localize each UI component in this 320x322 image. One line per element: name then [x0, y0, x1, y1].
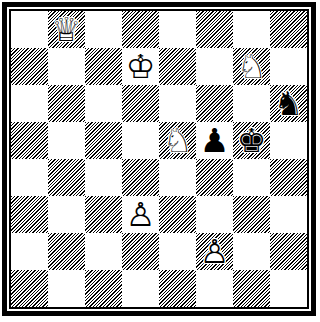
square-f2[interactable]: ♟♙	[196, 233, 233, 270]
square-b3[interactable]	[48, 196, 85, 233]
square-d6[interactable]	[122, 85, 159, 122]
square-d1[interactable]	[122, 270, 159, 307]
piece-fill-layer: ♟	[196, 122, 233, 159]
square-f4[interactable]	[196, 159, 233, 196]
square-g3[interactable]	[233, 196, 270, 233]
white-pawn-piece: ♟♙	[122, 196, 159, 233]
square-c6[interactable]	[85, 85, 122, 122]
square-h7[interactable]	[270, 48, 307, 85]
square-d8[interactable]	[122, 11, 159, 48]
white-knight-piece: ♞♘	[233, 48, 270, 85]
square-h3[interactable]	[270, 196, 307, 233]
square-f6[interactable]	[196, 85, 233, 122]
square-h6[interactable]: ♞♞	[270, 85, 307, 122]
chess-board-inner-frame: ♛♕♚♔♞♘♞♞♞♘♟♟♚♚♟♙♟♙	[9, 9, 309, 309]
black-king-piece: ♚♚	[233, 122, 270, 159]
chess-diagram-page: ♛♕♚♔♞♘♞♞♞♘♟♟♚♚♟♙♟♙	[0, 0, 320, 322]
white-knight-piece: ♞♘	[159, 122, 196, 159]
square-g2[interactable]	[233, 233, 270, 270]
square-b4[interactable]	[48, 159, 85, 196]
square-c5[interactable]	[85, 122, 122, 159]
piece-fill-layer: ♞	[233, 48, 270, 85]
piece-fill-layer: ♚	[122, 48, 159, 85]
square-a8[interactable]	[11, 11, 48, 48]
square-a3[interactable]	[11, 196, 48, 233]
square-b1[interactable]	[48, 270, 85, 307]
square-d3[interactable]: ♟♙	[122, 196, 159, 233]
square-d7[interactable]: ♚♔	[122, 48, 159, 85]
piece-fill-layer: ♚	[233, 122, 270, 159]
square-e4[interactable]	[159, 159, 196, 196]
square-f3[interactable]	[196, 196, 233, 233]
piece-glyph: ♘	[233, 48, 270, 85]
square-g8[interactable]	[233, 11, 270, 48]
white-queen-piece: ♛♕	[48, 11, 85, 48]
piece-glyph: ♙	[196, 233, 233, 270]
board-grid: ♛♕♚♔♞♘♞♞♞♘♟♟♚♚♟♙♟♙	[11, 11, 307, 307]
piece-fill-layer: ♛	[48, 11, 85, 48]
piece-glyph: ♟	[196, 122, 233, 159]
square-c4[interactable]	[85, 159, 122, 196]
square-g7[interactable]: ♞♘	[233, 48, 270, 85]
square-b8[interactable]: ♛♕	[48, 11, 85, 48]
piece-glyph: ♘	[159, 122, 196, 159]
square-f7[interactable]	[196, 48, 233, 85]
square-e6[interactable]	[159, 85, 196, 122]
square-a2[interactable]	[11, 233, 48, 270]
square-h8[interactable]	[270, 11, 307, 48]
white-pawn-piece: ♟♙	[196, 233, 233, 270]
square-d2[interactable]	[122, 233, 159, 270]
square-f1[interactable]	[196, 270, 233, 307]
square-g5[interactable]: ♚♚	[233, 122, 270, 159]
piece-fill-layer: ♞	[159, 122, 196, 159]
square-h1[interactable]	[270, 270, 307, 307]
square-c1[interactable]	[85, 270, 122, 307]
square-h4[interactable]	[270, 159, 307, 196]
square-a7[interactable]	[11, 48, 48, 85]
square-b7[interactable]	[48, 48, 85, 85]
square-c2[interactable]	[85, 233, 122, 270]
square-a1[interactable]	[11, 270, 48, 307]
square-e1[interactable]	[159, 270, 196, 307]
square-f8[interactable]	[196, 11, 233, 48]
square-e8[interactable]	[159, 11, 196, 48]
square-e7[interactable]	[159, 48, 196, 85]
square-a6[interactable]	[11, 85, 48, 122]
square-c7[interactable]	[85, 48, 122, 85]
white-king-piece: ♚♔	[122, 48, 159, 85]
piece-fill-layer: ♟	[196, 233, 233, 270]
square-b6[interactable]	[48, 85, 85, 122]
square-a4[interactable]	[11, 159, 48, 196]
black-knight-piece: ♞♞	[270, 85, 307, 122]
piece-fill-layer: ♞	[270, 85, 307, 122]
square-h5[interactable]	[270, 122, 307, 159]
square-c8[interactable]	[85, 11, 122, 48]
square-a5[interactable]	[11, 122, 48, 159]
square-b5[interactable]	[48, 122, 85, 159]
square-e3[interactable]	[159, 196, 196, 233]
square-c3[interactable]	[85, 196, 122, 233]
chess-board-frame: ♛♕♚♔♞♘♞♞♞♘♟♟♚♚♟♙♟♙	[2, 2, 316, 316]
square-f5[interactable]: ♟♟	[196, 122, 233, 159]
piece-glyph: ♕	[48, 11, 85, 48]
piece-glyph: ♞	[270, 85, 307, 122]
square-d5[interactable]	[122, 122, 159, 159]
square-b2[interactable]	[48, 233, 85, 270]
square-h2[interactable]	[270, 233, 307, 270]
square-g1[interactable]	[233, 270, 270, 307]
piece-glyph: ♙	[122, 196, 159, 233]
square-e5[interactable]: ♞♘	[159, 122, 196, 159]
square-g6[interactable]	[233, 85, 270, 122]
piece-glyph: ♔	[122, 48, 159, 85]
piece-fill-layer: ♟	[122, 196, 159, 233]
square-e2[interactable]	[159, 233, 196, 270]
piece-glyph: ♚	[233, 122, 270, 159]
black-pawn-piece: ♟♟	[196, 122, 233, 159]
square-g4[interactable]	[233, 159, 270, 196]
square-d4[interactable]	[122, 159, 159, 196]
